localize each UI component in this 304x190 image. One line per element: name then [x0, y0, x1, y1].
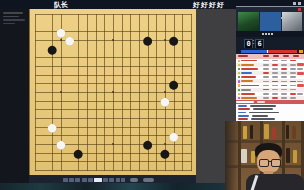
glasses-lens — [271, 159, 281, 167]
table-cell — [290, 68, 296, 70]
stone-dot-icon — [271, 33, 273, 35]
danmaku-comment: 好好好好 — [193, 0, 225, 9]
table-cell — [290, 97, 296, 99]
support-bar-red — [268, 50, 297, 53]
table-cell — [290, 89, 296, 91]
score-panel: 0 : 6 — [236, 37, 304, 48]
go-board[interactable]: ●●●●●●●●●●●●● — [29, 9, 196, 175]
nav-button[interactable] — [69, 178, 74, 182]
table-cell — [290, 85, 296, 87]
table-cell — [272, 64, 278, 66]
minimize-icon[interactable] — [293, 2, 296, 5]
table-cell — [297, 72, 304, 75]
trophy — [264, 124, 269, 139]
player-name — [241, 93, 255, 95]
table-cell — [281, 85, 287, 87]
table-cell — [263, 64, 269, 66]
table-cell — [263, 68, 269, 70]
table-cell — [281, 89, 287, 91]
table-cell — [272, 60, 278, 62]
table-cell — [272, 97, 278, 99]
table-cell — [290, 72, 296, 74]
nav-button[interactable] — [94, 178, 102, 182]
toolbar-pill-button[interactable] — [130, 178, 138, 182]
rank-badge-icon — [238, 72, 240, 74]
left-panel-info — [3, 12, 27, 26]
table-cell — [281, 64, 287, 66]
menu-items[interactable] — [82, 4, 134, 7]
table-cell — [281, 76, 287, 78]
nav-button[interactable] — [82, 178, 87, 182]
bottle — [286, 125, 289, 139]
black-stone-r11: ● — [168, 79, 178, 89]
player-name — [241, 89, 251, 91]
vs-info-box — [260, 12, 281, 31]
rank-badge-icon — [238, 89, 240, 91]
trophy — [293, 150, 297, 163]
white-stone-q9: ● — [160, 96, 170, 106]
table-cell — [281, 97, 287, 99]
table-cell — [272, 81, 278, 83]
nav-button[interactable] — [103, 178, 108, 182]
table-cell — [281, 93, 287, 95]
rank-badge-icon — [238, 60, 240, 62]
black-stone-r16: ● — [168, 35, 178, 45]
table-cell — [297, 93, 303, 95]
table-cell — [281, 81, 287, 83]
close-icon[interactable] — [298, 2, 301, 5]
table-cell — [290, 64, 296, 66]
table-cell — [290, 81, 296, 83]
nav-button[interactable] — [109, 178, 114, 182]
white-stone-e16: ● — [64, 35, 74, 45]
black-stone-q3: ● — [160, 148, 170, 158]
score-right: 6 — [255, 39, 264, 49]
black-stone-o4: ● — [142, 139, 152, 149]
table-cell — [263, 81, 269, 83]
table-cell — [263, 72, 269, 74]
black-stone-o16: ● — [142, 35, 152, 45]
table-cell — [290, 93, 296, 95]
player-name — [241, 60, 257, 62]
table-cell — [263, 60, 269, 62]
black-stone-c15: ● — [47, 44, 57, 54]
navigation-buttons[interactable] — [63, 177, 155, 182]
stone-dot-icon — [262, 33, 264, 35]
table-cell — [272, 76, 278, 78]
player-name — [241, 72, 252, 74]
table-cell — [297, 68, 303, 70]
table-cell — [263, 89, 269, 91]
toolbar-pill-button[interactable] — [143, 178, 154, 182]
bottle — [272, 127, 276, 139]
nav-button[interactable] — [116, 178, 120, 182]
live-icon — [298, 8, 301, 11]
player-black-image[interactable] — [238, 12, 259, 31]
nav-button[interactable] — [75, 178, 80, 182]
stream-screen: 队长 好好好好 ●●●●●●●●●●●●● — [0, 0, 304, 190]
table-cell — [281, 60, 287, 62]
rank-badge-icon — [238, 84, 240, 86]
bottle — [286, 148, 290, 163]
table-cell — [272, 68, 278, 70]
shadow-overlay — [225, 121, 239, 190]
table-cell — [281, 72, 287, 74]
stone-dot-icon — [265, 33, 267, 35]
table-cell — [263, 93, 269, 95]
table-cell — [263, 97, 269, 99]
nav-button[interactable] — [63, 178, 68, 182]
table-cell — [290, 60, 296, 62]
box — [241, 149, 247, 163]
table-cell — [272, 72, 278, 74]
table-cell — [272, 93, 278, 95]
rank-badge-icon — [238, 64, 240, 66]
support-gift-icon[interactable] — [299, 50, 303, 53]
rank-badge-icon — [238, 68, 240, 70]
player-name — [241, 68, 258, 70]
trophy — [243, 126, 247, 139]
player-name — [241, 64, 254, 66]
table-cell — [272, 89, 278, 91]
app-title: 队长 — [54, 0, 68, 9]
left-panel — [0, 9, 29, 190]
nav-button[interactable] — [121, 178, 125, 182]
bottle — [292, 126, 296, 139]
table-cell — [281, 68, 287, 70]
table-cell — [297, 81, 303, 83]
bottle — [250, 125, 253, 139]
support-bar[interactable] — [241, 50, 297, 53]
table-cell — [263, 85, 269, 87]
black-stone-f3: ● — [73, 148, 83, 158]
table-cell — [297, 84, 304, 87]
webcam-video[interactable] — [225, 121, 304, 190]
stone-dot-icon — [268, 33, 270, 35]
player-white-image[interactable] — [282, 12, 302, 31]
player-name — [241, 76, 256, 78]
white-stone-c6: ● — [47, 122, 57, 132]
match-header-panel[interactable] — [236, 7, 304, 37]
player-name — [241, 80, 253, 82]
match-title — [262, 8, 294, 11]
table-cell — [263, 76, 269, 78]
rank-badge-icon — [238, 97, 240, 99]
support-bar-blue — [241, 50, 267, 53]
player-name — [241, 85, 259, 87]
rank-badge-icon — [238, 93, 240, 95]
white-stone-d4: ● — [56, 139, 66, 149]
table-cell — [297, 63, 304, 66]
bottom-video-strip — [0, 183, 226, 190]
nav-button[interactable] — [88, 178, 93, 182]
rank-badge-icon — [238, 76, 240, 78]
bet-ranking-table[interactable] — [236, 54, 304, 100]
player-name — [241, 97, 257, 99]
rank-badge-icon — [238, 80, 240, 82]
chat-header — [236, 100, 304, 104]
table-cell — [290, 76, 296, 78]
white-stone-r5: ● — [168, 131, 178, 141]
table-cell — [272, 85, 278, 87]
glasses-bridge — [268, 161, 271, 162]
